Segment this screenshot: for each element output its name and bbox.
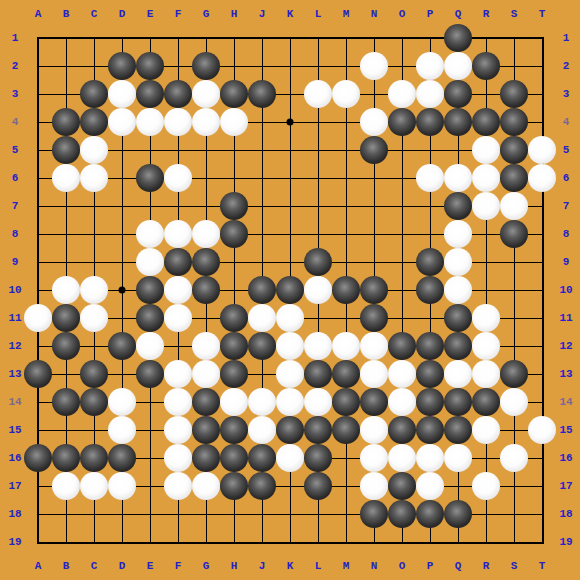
white-stone-K11[interactable] [276, 304, 304, 332]
intersection-H6[interactable] [220, 164, 248, 192]
black-stone-S4[interactable] [500, 108, 528, 136]
white-stone-A11[interactable] [24, 304, 52, 332]
white-stone-P6[interactable] [416, 164, 444, 192]
intersection-A6[interactable] [24, 164, 52, 192]
intersection-T3[interactable] [528, 80, 556, 108]
intersection-K3[interactable] [276, 80, 304, 108]
white-stone-N2[interactable] [360, 52, 388, 80]
intersection-E17[interactable] [136, 472, 164, 500]
intersection-Q17[interactable] [444, 472, 472, 500]
white-stone-F11[interactable] [164, 304, 192, 332]
intersection-N9[interactable] [360, 248, 388, 276]
white-stone-S16[interactable] [500, 444, 528, 472]
white-stone-F10[interactable] [164, 276, 192, 304]
intersection-M2[interactable] [332, 52, 360, 80]
intersection-B7[interactable] [52, 192, 80, 220]
white-stone-T5[interactable] [528, 136, 556, 164]
intersection-C9[interactable] [80, 248, 108, 276]
intersection-M11[interactable] [332, 304, 360, 332]
intersection-P5[interactable] [416, 136, 444, 164]
intersection-F5[interactable] [164, 136, 192, 164]
intersection-K2[interactable] [276, 52, 304, 80]
black-stone-E11[interactable] [136, 304, 164, 332]
white-stone-F6[interactable] [164, 164, 192, 192]
white-stone-F8[interactable] [164, 220, 192, 248]
intersection-F2[interactable] [164, 52, 192, 80]
black-stone-S6[interactable] [500, 164, 528, 192]
intersection-S15[interactable] [500, 416, 528, 444]
white-stone-L3[interactable] [304, 80, 332, 108]
black-stone-H11[interactable] [220, 304, 248, 332]
white-stone-Q16[interactable] [444, 444, 472, 472]
black-stone-E10[interactable] [136, 276, 164, 304]
black-stone-K10[interactable] [276, 276, 304, 304]
intersection-T10[interactable] [528, 276, 556, 304]
intersection-J1[interactable] [248, 24, 276, 52]
intersection-R16[interactable] [472, 444, 500, 472]
white-stone-R15[interactable] [472, 416, 500, 444]
black-stone-H13[interactable] [220, 360, 248, 388]
black-stone-D2[interactable] [108, 52, 136, 80]
intersection-F1[interactable] [164, 24, 192, 52]
intersection-A14[interactable] [24, 388, 52, 416]
intersection-L2[interactable] [304, 52, 332, 80]
intersection-P7[interactable] [416, 192, 444, 220]
black-stone-Q7[interactable] [444, 192, 472, 220]
intersection-C8[interactable] [80, 220, 108, 248]
intersection-O19[interactable] [388, 528, 416, 556]
intersection-K7[interactable] [276, 192, 304, 220]
intersection-H18[interactable] [220, 500, 248, 528]
intersection-N19[interactable] [360, 528, 388, 556]
black-stone-D16[interactable] [108, 444, 136, 472]
white-stone-P16[interactable] [416, 444, 444, 472]
intersection-D6[interactable] [108, 164, 136, 192]
intersection-B15[interactable] [52, 416, 80, 444]
white-stone-F16[interactable] [164, 444, 192, 472]
intersection-T14[interactable] [528, 388, 556, 416]
intersection-O9[interactable] [388, 248, 416, 276]
black-stone-P15[interactable] [416, 416, 444, 444]
black-stone-C16[interactable] [80, 444, 108, 472]
intersection-K8[interactable] [276, 220, 304, 248]
intersection-J5[interactable] [248, 136, 276, 164]
intersection-F7[interactable] [164, 192, 192, 220]
white-stone-R13[interactable] [472, 360, 500, 388]
intersection-L19[interactable] [304, 528, 332, 556]
black-stone-O17[interactable] [388, 472, 416, 500]
white-stone-F13[interactable] [164, 360, 192, 388]
intersection-B13[interactable] [52, 360, 80, 388]
black-stone-Q3[interactable] [444, 80, 472, 108]
black-stone-G15[interactable] [192, 416, 220, 444]
intersection-A18[interactable] [24, 500, 52, 528]
intersection-G18[interactable] [192, 500, 220, 528]
white-stone-B10[interactable] [52, 276, 80, 304]
intersection-P8[interactable] [416, 220, 444, 248]
intersection-T8[interactable] [528, 220, 556, 248]
intersection-G7[interactable] [192, 192, 220, 220]
black-stone-Q15[interactable] [444, 416, 472, 444]
intersection-D8[interactable] [108, 220, 136, 248]
intersection-J18[interactable] [248, 500, 276, 528]
intersection-O2[interactable] [388, 52, 416, 80]
black-stone-H3[interactable] [220, 80, 248, 108]
white-stone-M12[interactable] [332, 332, 360, 360]
intersection-H9[interactable] [220, 248, 248, 276]
intersection-T7[interactable] [528, 192, 556, 220]
white-stone-D15[interactable] [108, 416, 136, 444]
black-stone-C13[interactable] [80, 360, 108, 388]
intersection-R1[interactable] [472, 24, 500, 52]
intersection-S11[interactable] [500, 304, 528, 332]
intersection-E16[interactable] [136, 444, 164, 472]
black-stone-E2[interactable] [136, 52, 164, 80]
white-stone-K14[interactable] [276, 388, 304, 416]
intersection-L5[interactable] [304, 136, 332, 164]
intersection-M8[interactable] [332, 220, 360, 248]
intersection-A7[interactable] [24, 192, 52, 220]
white-stone-N15[interactable] [360, 416, 388, 444]
black-stone-R4[interactable] [472, 108, 500, 136]
white-stone-D17[interactable] [108, 472, 136, 500]
white-stone-E4[interactable] [136, 108, 164, 136]
intersection-A3[interactable] [24, 80, 52, 108]
white-stone-R17[interactable] [472, 472, 500, 500]
intersection-J13[interactable] [248, 360, 276, 388]
white-stone-G12[interactable] [192, 332, 220, 360]
white-stone-F15[interactable] [164, 416, 192, 444]
intersection-O6[interactable] [388, 164, 416, 192]
intersection-K1[interactable] [276, 24, 304, 52]
intersection-J8[interactable] [248, 220, 276, 248]
white-stone-K16[interactable] [276, 444, 304, 472]
black-stone-N10[interactable] [360, 276, 388, 304]
intersection-D5[interactable] [108, 136, 136, 164]
intersection-M16[interactable] [332, 444, 360, 472]
black-stone-H8[interactable] [220, 220, 248, 248]
intersection-A1[interactable] [24, 24, 52, 52]
black-stone-P10[interactable] [416, 276, 444, 304]
black-stone-M15[interactable] [332, 416, 360, 444]
intersection-S2[interactable] [500, 52, 528, 80]
black-stone-M13[interactable] [332, 360, 360, 388]
intersection-A9[interactable] [24, 248, 52, 276]
white-stone-G8[interactable] [192, 220, 220, 248]
intersection-M5[interactable] [332, 136, 360, 164]
white-stone-D4[interactable] [108, 108, 136, 136]
intersection-B18[interactable] [52, 500, 80, 528]
black-stone-R2[interactable] [472, 52, 500, 80]
intersection-L7[interactable] [304, 192, 332, 220]
intersection-R18[interactable] [472, 500, 500, 528]
white-stone-J11[interactable] [248, 304, 276, 332]
intersection-B1[interactable] [52, 24, 80, 52]
intersection-D1[interactable] [108, 24, 136, 52]
white-stone-S14[interactable] [500, 388, 528, 416]
intersection-S9[interactable] [500, 248, 528, 276]
intersection-T1[interactable] [528, 24, 556, 52]
intersection-E18[interactable] [136, 500, 164, 528]
black-stone-L15[interactable] [304, 416, 332, 444]
black-stone-E6[interactable] [136, 164, 164, 192]
intersection-T11[interactable] [528, 304, 556, 332]
white-stone-T15[interactable] [528, 416, 556, 444]
intersection-L8[interactable] [304, 220, 332, 248]
intersection-R10[interactable] [472, 276, 500, 304]
intersection-E1[interactable] [136, 24, 164, 52]
black-stone-J12[interactable] [248, 332, 276, 360]
intersection-T17[interactable] [528, 472, 556, 500]
intersection-R9[interactable] [472, 248, 500, 276]
intersection-M7[interactable] [332, 192, 360, 220]
intersection-J9[interactable] [248, 248, 276, 276]
black-stone-C4[interactable] [80, 108, 108, 136]
white-stone-Q6[interactable] [444, 164, 472, 192]
intersection-K4[interactable] [276, 108, 304, 136]
black-stone-H15[interactable] [220, 416, 248, 444]
intersection-T2[interactable] [528, 52, 556, 80]
intersection-A8[interactable] [24, 220, 52, 248]
intersection-A5[interactable] [24, 136, 52, 164]
black-stone-G16[interactable] [192, 444, 220, 472]
white-stone-L14[interactable] [304, 388, 332, 416]
intersection-O8[interactable] [388, 220, 416, 248]
white-stone-Q9[interactable] [444, 248, 472, 276]
black-stone-L17[interactable] [304, 472, 332, 500]
intersection-L1[interactable] [304, 24, 332, 52]
white-stone-R11[interactable] [472, 304, 500, 332]
intersection-O10[interactable] [388, 276, 416, 304]
white-stone-N17[interactable] [360, 472, 388, 500]
intersection-B2[interactable] [52, 52, 80, 80]
black-stone-H7[interactable] [220, 192, 248, 220]
white-stone-S7[interactable] [500, 192, 528, 220]
intersection-A12[interactable] [24, 332, 52, 360]
intersection-N7[interactable] [360, 192, 388, 220]
intersection-K18[interactable] [276, 500, 304, 528]
black-stone-Q18[interactable] [444, 500, 472, 528]
white-stone-E12[interactable] [136, 332, 164, 360]
black-stone-O18[interactable] [388, 500, 416, 528]
white-stone-F14[interactable] [164, 388, 192, 416]
white-stone-O16[interactable] [388, 444, 416, 472]
intersection-O1[interactable] [388, 24, 416, 52]
intersection-D13[interactable] [108, 360, 136, 388]
white-stone-L10[interactable] [304, 276, 332, 304]
intersection-T16[interactable] [528, 444, 556, 472]
white-stone-B17[interactable] [52, 472, 80, 500]
intersection-H19[interactable] [220, 528, 248, 556]
black-stone-N14[interactable] [360, 388, 388, 416]
black-stone-L16[interactable] [304, 444, 332, 472]
intersection-K9[interactable] [276, 248, 304, 276]
white-stone-N13[interactable] [360, 360, 388, 388]
intersection-T18[interactable] [528, 500, 556, 528]
white-stone-K13[interactable] [276, 360, 304, 388]
intersection-C19[interactable] [80, 528, 108, 556]
black-stone-N18[interactable] [360, 500, 388, 528]
intersection-L6[interactable] [304, 164, 332, 192]
black-stone-S8[interactable] [500, 220, 528, 248]
intersection-C15[interactable] [80, 416, 108, 444]
black-stone-C14[interactable] [80, 388, 108, 416]
intersection-M6[interactable] [332, 164, 360, 192]
black-stone-N5[interactable] [360, 136, 388, 164]
intersection-R8[interactable] [472, 220, 500, 248]
white-stone-J14[interactable] [248, 388, 276, 416]
black-stone-F9[interactable] [164, 248, 192, 276]
white-stone-M3[interactable] [332, 80, 360, 108]
black-stone-G2[interactable] [192, 52, 220, 80]
black-stone-M10[interactable] [332, 276, 360, 304]
intersection-S19[interactable] [500, 528, 528, 556]
black-stone-M14[interactable] [332, 388, 360, 416]
black-stone-S13[interactable] [500, 360, 528, 388]
black-stone-B4[interactable] [52, 108, 80, 136]
intersection-S12[interactable] [500, 332, 528, 360]
intersection-M9[interactable] [332, 248, 360, 276]
white-stone-C10[interactable] [80, 276, 108, 304]
intersection-L18[interactable] [304, 500, 332, 528]
intersection-C12[interactable] [80, 332, 108, 360]
black-stone-B16[interactable] [52, 444, 80, 472]
black-stone-Q12[interactable] [444, 332, 472, 360]
black-stone-B5[interactable] [52, 136, 80, 164]
intersection-A19[interactable] [24, 528, 52, 556]
intersection-S10[interactable] [500, 276, 528, 304]
white-stone-F17[interactable] [164, 472, 192, 500]
intersection-D10[interactable] [108, 276, 136, 304]
intersection-M18[interactable] [332, 500, 360, 528]
black-stone-P14[interactable] [416, 388, 444, 416]
white-stone-B6[interactable] [52, 164, 80, 192]
black-stone-P18[interactable] [416, 500, 444, 528]
white-stone-H14[interactable] [220, 388, 248, 416]
white-stone-Q8[interactable] [444, 220, 472, 248]
white-stone-R7[interactable] [472, 192, 500, 220]
white-stone-F4[interactable] [164, 108, 192, 136]
intersection-T13[interactable] [528, 360, 556, 388]
white-stone-H4[interactable] [220, 108, 248, 136]
intersection-O7[interactable] [388, 192, 416, 220]
white-stone-R6[interactable] [472, 164, 500, 192]
black-stone-F3[interactable] [164, 80, 192, 108]
intersection-Q19[interactable] [444, 528, 472, 556]
black-stone-L13[interactable] [304, 360, 332, 388]
black-stone-Q4[interactable] [444, 108, 472, 136]
intersection-E19[interactable] [136, 528, 164, 556]
intersection-M1[interactable] [332, 24, 360, 52]
intersection-E14[interactable] [136, 388, 164, 416]
black-stone-A13[interactable] [24, 360, 52, 388]
intersection-C2[interactable] [80, 52, 108, 80]
intersection-G11[interactable] [192, 304, 220, 332]
white-stone-P3[interactable] [416, 80, 444, 108]
intersection-F12[interactable] [164, 332, 192, 360]
black-stone-P9[interactable] [416, 248, 444, 276]
black-stone-L9[interactable] [304, 248, 332, 276]
black-stone-K15[interactable] [276, 416, 304, 444]
intersection-D7[interactable] [108, 192, 136, 220]
black-stone-O12[interactable] [388, 332, 416, 360]
intersection-A10[interactable] [24, 276, 52, 304]
intersection-B3[interactable] [52, 80, 80, 108]
white-stone-N4[interactable] [360, 108, 388, 136]
intersection-J19[interactable] [248, 528, 276, 556]
intersection-A2[interactable] [24, 52, 52, 80]
white-stone-O14[interactable] [388, 388, 416, 416]
black-stone-A16[interactable] [24, 444, 52, 472]
intersection-M4[interactable] [332, 108, 360, 136]
white-stone-R12[interactable] [472, 332, 500, 360]
intersection-O11[interactable] [388, 304, 416, 332]
intersection-J7[interactable] [248, 192, 276, 220]
black-stone-P4[interactable] [416, 108, 444, 136]
white-stone-G4[interactable] [192, 108, 220, 136]
intersection-N3[interactable] [360, 80, 388, 108]
white-stone-C6[interactable] [80, 164, 108, 192]
intersection-T9[interactable] [528, 248, 556, 276]
intersection-E7[interactable] [136, 192, 164, 220]
black-stone-G10[interactable] [192, 276, 220, 304]
white-stone-O13[interactable] [388, 360, 416, 388]
black-stone-H17[interactable] [220, 472, 248, 500]
intersection-O5[interactable] [388, 136, 416, 164]
intersection-N8[interactable] [360, 220, 388, 248]
black-stone-E3[interactable] [136, 80, 164, 108]
white-stone-R5[interactable] [472, 136, 500, 164]
white-stone-L12[interactable] [304, 332, 332, 360]
white-stone-C17[interactable] [80, 472, 108, 500]
white-stone-P17[interactable] [416, 472, 444, 500]
intersection-R19[interactable] [472, 528, 500, 556]
white-stone-D3[interactable] [108, 80, 136, 108]
intersection-T19[interactable] [528, 528, 556, 556]
white-stone-C11[interactable] [80, 304, 108, 332]
black-stone-G9[interactable] [192, 248, 220, 276]
black-stone-D12[interactable] [108, 332, 136, 360]
intersection-B8[interactable] [52, 220, 80, 248]
white-stone-N16[interactable] [360, 444, 388, 472]
intersection-D19[interactable] [108, 528, 136, 556]
intersection-S18[interactable] [500, 500, 528, 528]
intersection-G6[interactable] [192, 164, 220, 192]
intersection-B9[interactable] [52, 248, 80, 276]
white-stone-C5[interactable] [80, 136, 108, 164]
intersection-G1[interactable] [192, 24, 220, 52]
intersection-J6[interactable] [248, 164, 276, 192]
intersection-E5[interactable] [136, 136, 164, 164]
white-stone-G3[interactable] [192, 80, 220, 108]
white-stone-N12[interactable] [360, 332, 388, 360]
intersection-D9[interactable] [108, 248, 136, 276]
black-stone-O4[interactable] [388, 108, 416, 136]
intersection-P1[interactable] [416, 24, 444, 52]
intersection-T4[interactable] [528, 108, 556, 136]
black-stone-H12[interactable] [220, 332, 248, 360]
black-stone-J17[interactable] [248, 472, 276, 500]
intersection-F19[interactable] [164, 528, 192, 556]
intersection-N6[interactable] [360, 164, 388, 192]
white-stone-Q2[interactable] [444, 52, 472, 80]
intersection-B19[interactable] [52, 528, 80, 556]
intersection-S1[interactable] [500, 24, 528, 52]
intersection-K5[interactable] [276, 136, 304, 164]
intersection-P11[interactable] [416, 304, 444, 332]
intersection-C1[interactable] [80, 24, 108, 52]
black-stone-S3[interactable] [500, 80, 528, 108]
